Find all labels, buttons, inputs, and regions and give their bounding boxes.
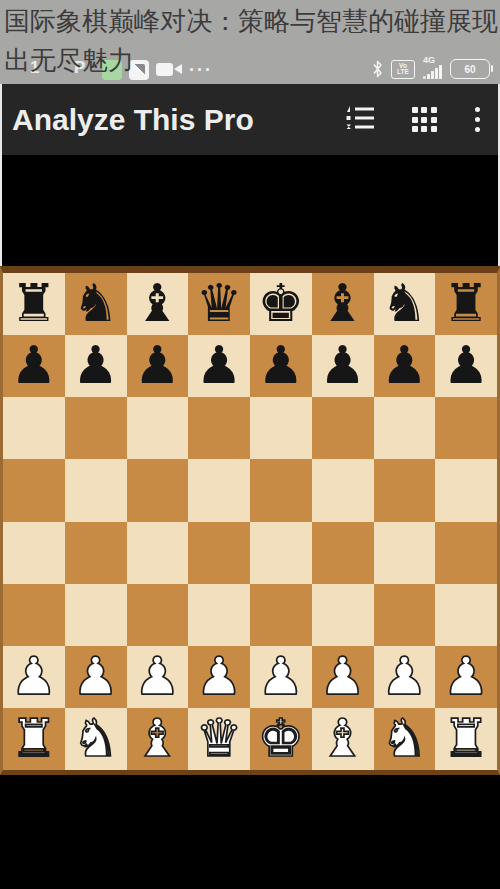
square-c3[interactable]: [127, 584, 189, 646]
square-f4[interactable]: [312, 522, 374, 584]
black-pawn: ♟: [258, 339, 305, 391]
black-pawn: ♟: [196, 339, 243, 391]
square-h7[interactable]: ♟: [435, 335, 497, 397]
square-g6[interactable]: [374, 397, 436, 459]
white-rook: ♜: [11, 712, 58, 764]
headline-line2: 出无尽魅力: [4, 45, 134, 75]
black-queen: ♛: [196, 277, 243, 329]
status-area: 国际象棋巅峰对决：策略与智慧的碰撞展现出无尽魅力 1 P ··· Vo LTE …: [0, 0, 500, 84]
phone-screen: 国际象棋巅峰对决：策略与智慧的碰撞展现出无尽魅力 1 P ··· Vo LTE …: [0, 0, 500, 889]
square-c7[interactable]: ♟: [127, 335, 189, 397]
square-g7[interactable]: ♟: [374, 335, 436, 397]
black-knight: ♞: [72, 277, 119, 329]
white-bishop: ♝: [134, 712, 181, 764]
black-pawn: ♟: [381, 339, 428, 391]
square-e1[interactable]: ♚: [250, 708, 312, 770]
square-c2[interactable]: ♟: [127, 646, 189, 708]
black-rook: ♜: [443, 277, 490, 329]
white-queen: ♛: [196, 712, 243, 764]
square-f1[interactable]: ♝: [312, 708, 374, 770]
square-g3[interactable]: [374, 584, 436, 646]
square-d8[interactable]: ♛: [188, 273, 250, 335]
square-b8[interactable]: ♞: [65, 273, 127, 335]
square-e8[interactable]: ♚: [250, 273, 312, 335]
white-pawn: ♟: [443, 650, 490, 702]
square-h1[interactable]: ♜: [435, 708, 497, 770]
square-h2[interactable]: ♟: [435, 646, 497, 708]
square-f6[interactable]: [312, 397, 374, 459]
white-pawn: ♟: [381, 650, 428, 702]
square-g2[interactable]: ♟: [374, 646, 436, 708]
square-c5[interactable]: [127, 459, 189, 521]
square-d1[interactable]: ♛: [188, 708, 250, 770]
square-c6[interactable]: [127, 397, 189, 459]
bottom-black-area: [0, 775, 500, 889]
black-rook: ♜: [11, 277, 58, 329]
square-f5[interactable]: [312, 459, 374, 521]
square-a6[interactable]: [3, 397, 65, 459]
square-g1[interactable]: ♞: [374, 708, 436, 770]
black-pawn: ♟: [319, 339, 366, 391]
square-a4[interactable]: [3, 522, 65, 584]
white-knight: ♞: [72, 712, 119, 764]
black-pawn: ♟: [11, 339, 58, 391]
square-b4[interactable]: [65, 522, 127, 584]
square-a7[interactable]: ♟: [3, 335, 65, 397]
square-f3[interactable]: [312, 584, 374, 646]
headline-line1: 国际象棋巅峰对决：策略与智慧的碰撞展现: [4, 6, 498, 36]
black-bishop: ♝: [134, 277, 181, 329]
white-pawn: ♟: [258, 650, 305, 702]
black-pawn: ♟: [134, 339, 181, 391]
square-c1[interactable]: ♝: [127, 708, 189, 770]
white-pawn: ♟: [72, 650, 119, 702]
app-title: Analyze This Pro: [2, 103, 254, 137]
square-d2[interactable]: ♟: [188, 646, 250, 708]
square-e5[interactable]: [250, 459, 312, 521]
square-c4[interactable]: [127, 522, 189, 584]
black-bishop: ♝: [319, 277, 366, 329]
square-d6[interactable]: [188, 397, 250, 459]
grid-icon[interactable]: [412, 107, 437, 132]
square-b2[interactable]: ♟: [65, 646, 127, 708]
white-pawn: ♟: [11, 650, 58, 702]
square-e6[interactable]: [250, 397, 312, 459]
square-h6[interactable]: [435, 397, 497, 459]
black-pawn: ♟: [443, 339, 490, 391]
black-king: ♚: [258, 277, 305, 329]
chess-board-frame: ♜♞♝♛♚♝♞♜♟♟♟♟♟♟♟♟♟♟♟♟♟♟♟♟♜♞♝♛♚♝♞♜: [0, 266, 500, 775]
square-e7[interactable]: ♟: [250, 335, 312, 397]
article-headline: 国际象棋巅峰对决：策略与智慧的碰撞展现出无尽魅力: [4, 2, 498, 80]
black-knight: ♞: [381, 277, 428, 329]
square-d5[interactable]: [188, 459, 250, 521]
black-pawn: ♟: [72, 339, 119, 391]
square-a8[interactable]: ♜: [3, 273, 65, 335]
square-g4[interactable]: [374, 522, 436, 584]
white-pawn: ♟: [319, 650, 366, 702]
square-h5[interactable]: [435, 459, 497, 521]
square-b5[interactable]: [65, 459, 127, 521]
white-rook: ♜: [443, 712, 490, 764]
square-d4[interactable]: [188, 522, 250, 584]
square-a1[interactable]: ♜: [3, 708, 65, 770]
move-list-icon[interactable]: [344, 104, 376, 136]
square-g5[interactable]: [374, 459, 436, 521]
overflow-menu-icon[interactable]: [473, 105, 483, 135]
square-e4[interactable]: [250, 522, 312, 584]
square-a3[interactable]: [3, 584, 65, 646]
white-bishop: ♝: [319, 712, 366, 764]
white-pawn: ♟: [196, 650, 243, 702]
app-frame: Analyze This Pro: [0, 84, 500, 266]
square-f7[interactable]: ♟: [312, 335, 374, 397]
white-king: ♚: [258, 712, 305, 764]
square-h8[interactable]: ♜: [435, 273, 497, 335]
white-knight: ♞: [381, 712, 428, 764]
chess-board: ♜♞♝♛♚♝♞♜♟♟♟♟♟♟♟♟♟♟♟♟♟♟♟♟♜♞♝♛♚♝♞♜: [3, 273, 497, 770]
square-h4[interactable]: [435, 522, 497, 584]
square-a2[interactable]: ♟: [3, 646, 65, 708]
square-a5[interactable]: [3, 459, 65, 521]
square-f8[interactable]: ♝: [312, 273, 374, 335]
white-pawn: ♟: [134, 650, 181, 702]
square-g8[interactable]: ♞: [374, 273, 436, 335]
square-e2[interactable]: ♟: [250, 646, 312, 708]
app-bar: Analyze This Pro: [2, 84, 498, 155]
square-b6[interactable]: [65, 397, 127, 459]
square-d7[interactable]: ♟: [188, 335, 250, 397]
square-h3[interactable]: [435, 584, 497, 646]
square-b1[interactable]: ♞: [65, 708, 127, 770]
square-b3[interactable]: [65, 584, 127, 646]
square-b7[interactable]: ♟: [65, 335, 127, 397]
square-f2[interactable]: ♟: [312, 646, 374, 708]
square-d3[interactable]: [188, 584, 250, 646]
square-c8[interactable]: ♝: [127, 273, 189, 335]
square-e3[interactable]: [250, 584, 312, 646]
